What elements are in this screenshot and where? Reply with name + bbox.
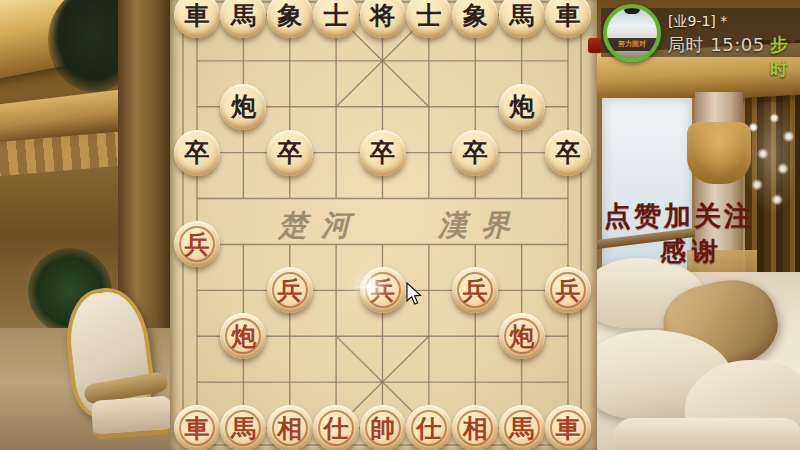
piece-character: 士 bbox=[416, 3, 441, 28]
piece-character: 帥 bbox=[370, 416, 395, 441]
piece-character: 兵 bbox=[185, 232, 210, 257]
xiangqi-piece-black[interactable]: 卒 bbox=[360, 130, 406, 176]
piece-character: 卒 bbox=[185, 140, 210, 165]
piece-character: 車 bbox=[556, 416, 581, 441]
xiangqi-piece-red[interactable]: 相 bbox=[452, 405, 498, 450]
background-left-palace bbox=[0, 0, 170, 450]
piece-character: 車 bbox=[185, 416, 210, 441]
piece-character: 将 bbox=[370, 3, 395, 28]
avatar-banner: 努力面对 bbox=[607, 38, 657, 51]
piece-character: 相 bbox=[463, 416, 488, 441]
sofa-bolster bbox=[613, 418, 800, 450]
xiangqi-piece-black[interactable]: 卒 bbox=[267, 130, 313, 176]
xiangqi-piece-red[interactable]: 仕 bbox=[313, 405, 359, 450]
game-time-label: 局时 bbox=[667, 34, 704, 55]
player-avatar[interactable]: 努力面对 bbox=[603, 4, 661, 62]
piece-character: 車 bbox=[556, 3, 581, 28]
xiangqi-piece-red[interactable]: 車 bbox=[545, 405, 591, 450]
last-move-highlight bbox=[360, 277, 380, 297]
river-label-left: 楚河 bbox=[278, 206, 364, 246]
gold-capital bbox=[687, 122, 751, 184]
mouse-cursor-icon bbox=[406, 282, 423, 306]
piece-character: 炮 bbox=[231, 324, 256, 349]
piece-character: 兵 bbox=[556, 278, 581, 303]
slogan-line1: 点赞加关注 bbox=[604, 198, 754, 234]
piece-character: 士 bbox=[324, 3, 349, 28]
piece-character: 兵 bbox=[277, 278, 302, 303]
piece-character: 車 bbox=[185, 3, 210, 28]
game-time-value: 15:05 bbox=[710, 34, 764, 55]
piece-character: 仕 bbox=[324, 416, 349, 441]
piece-character: 炮 bbox=[509, 94, 534, 119]
game-screen: 楚河 漢界 車馬象士将士象馬車炮炮卒卒卒卒卒兵兵兵兵炮炮兵車馬相仕帥仕相馬車 努… bbox=[0, 0, 800, 450]
xiangqi-piece-red[interactable]: 兵 bbox=[267, 267, 313, 313]
xiangqi-piece-red[interactable]: 相 bbox=[267, 405, 313, 450]
piece-character: 馬 bbox=[509, 416, 534, 441]
xiangqi-piece-black[interactable]: 炮 bbox=[499, 84, 545, 130]
avatar-frame-notch bbox=[624, 8, 640, 14]
slogan-line2: 感谢 bbox=[622, 234, 762, 269]
xiangqi-piece-black[interactable]: 卒 bbox=[545, 130, 591, 176]
piece-character: 卒 bbox=[463, 140, 488, 165]
player-rank-label: [业9-1] * bbox=[668, 13, 727, 31]
piece-character: 象 bbox=[463, 3, 488, 28]
piece-character: 卒 bbox=[556, 140, 581, 165]
game-time: 局时 15:05 bbox=[667, 33, 765, 57]
step-time-label: 步时 bbox=[770, 33, 800, 81]
xiangqi-piece-red[interactable]: 帥 bbox=[360, 405, 406, 450]
xiangqi-piece-black[interactable]: 炮 bbox=[220, 84, 266, 130]
piece-character: 相 bbox=[277, 416, 302, 441]
board-grid bbox=[170, 0, 597, 450]
piece-character: 馬 bbox=[509, 3, 534, 28]
gift-badge-icon bbox=[588, 38, 601, 53]
xiangqi-piece-red[interactable]: 馬 bbox=[220, 405, 266, 450]
piece-character: 卒 bbox=[370, 140, 395, 165]
piece-character: 炮 bbox=[231, 94, 256, 119]
piece-character: 兵 bbox=[463, 278, 488, 303]
piece-character: 馬 bbox=[231, 416, 256, 441]
xiangqi-piece-red[interactable]: 兵 bbox=[545, 267, 591, 313]
piece-character: 象 bbox=[277, 3, 302, 28]
river-label-right: 漢界 bbox=[438, 206, 524, 246]
xiangqi-piece-red[interactable]: 炮 bbox=[499, 313, 545, 359]
piece-character: 仕 bbox=[416, 416, 441, 441]
avatar-banner-text: 努力面对 bbox=[618, 39, 646, 49]
piece-character: 炮 bbox=[509, 324, 534, 349]
xiangqi-piece-red[interactable]: 馬 bbox=[499, 405, 545, 450]
xiangqi-piece-black[interactable]: 卒 bbox=[452, 130, 498, 176]
xiangqi-board[interactable]: 楚河 漢界 車馬象士将士象馬車炮炮卒卒卒卒卒兵兵兵兵炮炮兵車馬相仕帥仕相馬車 bbox=[170, 0, 597, 450]
xiangqi-piece-black[interactable]: 卒 bbox=[174, 130, 220, 176]
piece-character: 卒 bbox=[277, 140, 302, 165]
xiangqi-piece-red[interactable]: 車 bbox=[174, 405, 220, 450]
xiangqi-piece-red[interactable]: 仕 bbox=[406, 405, 452, 450]
piece-character: 馬 bbox=[231, 3, 256, 28]
chair-seat bbox=[91, 395, 170, 439]
